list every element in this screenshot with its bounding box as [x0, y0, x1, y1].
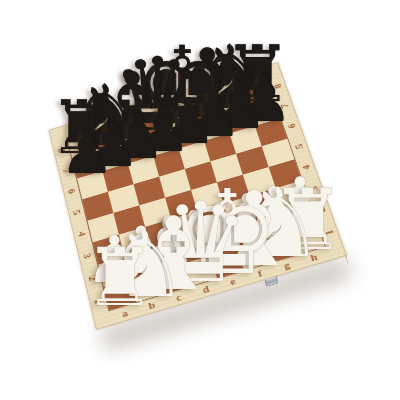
piece-black-pawn[interactable]: ♟: [57, 122, 118, 183]
photo-canvas: abcdefgh8877665544332211abcdefgh ♜♞♝♛♚♝♞…: [0, 0, 400, 400]
piece-white-rook[interactable]: ♜: [80, 238, 160, 318]
